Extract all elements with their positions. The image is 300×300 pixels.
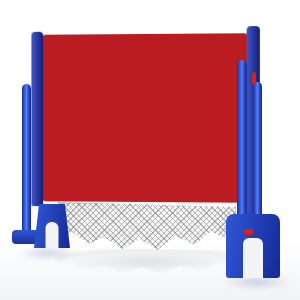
left-leg-notch (46, 222, 59, 248)
right-rear-ring-post (253, 82, 262, 230)
base-knob (244, 229, 253, 235)
right-front-ring-post (237, 60, 247, 230)
right-leg (226, 214, 280, 278)
giant-connect-four-product-photo (0, 0, 300, 300)
left-leg (34, 204, 70, 248)
connect-four-board (43, 33, 247, 203)
release-slider-knob (252, 72, 256, 85)
board-left-rail (31, 32, 43, 206)
left-ring-post (22, 84, 31, 232)
board-assembly (43, 33, 247, 203)
right-leg-notch (243, 238, 263, 278)
